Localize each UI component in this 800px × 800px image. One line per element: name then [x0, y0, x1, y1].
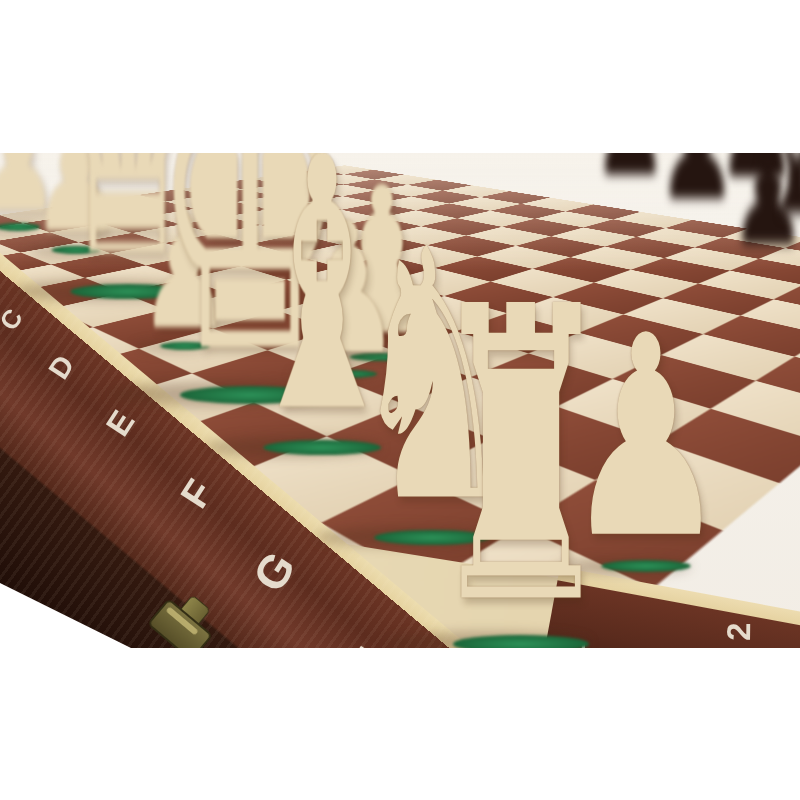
photo-strip: ABCDEFGH 12345678 ♟♟♟♟♝♟♟♛♟♟♟♚♝♞♟♜	[0, 153, 800, 648]
black-bishop-h8: ♝	[762, 153, 800, 232]
piece-layer: ♟♟♟♟♝♟♟♛♟♟♟♚♝♞♟♜	[0, 153, 800, 648]
white-rook-h1: ♜	[426, 266, 616, 648]
black-pawn-f7: ♟	[593, 153, 667, 192]
product-photo-page: ABCDEFGH 12345678 ♟♟♟♟♝♟♟♛♟♟♟♚♝♞♟♜	[0, 0, 800, 800]
